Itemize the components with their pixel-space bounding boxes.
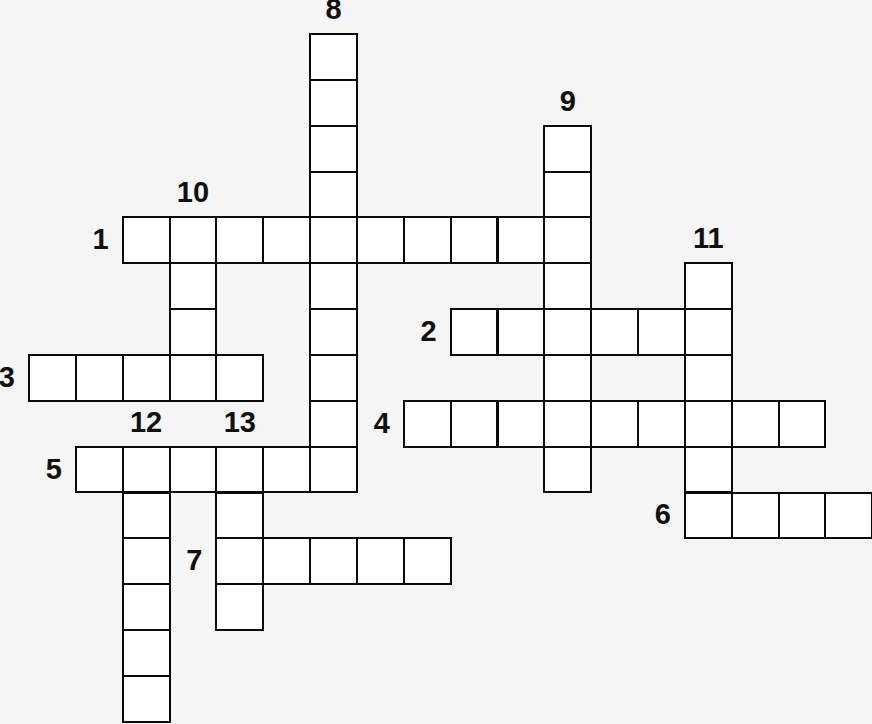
cell-r4c11[interactable] [543,216,592,264]
cell-r9c6[interactable] [309,446,358,494]
cell-r10c2[interactable] [122,492,171,540]
cell-r11c7[interactable] [356,537,405,585]
cell-r8c15[interactable] [731,400,780,448]
cell-r11c4[interactable] [215,537,264,585]
cell-r12c2[interactable] [122,583,171,631]
clue-number-12-down: 12 [130,408,162,437]
cell-r7c2[interactable] [122,354,171,402]
cell-r4c7[interactable] [356,216,405,264]
cell-r9c5[interactable] [262,446,311,494]
cell-r7c4[interactable] [215,354,264,402]
cell-r5c11[interactable] [543,262,592,310]
clue-number-1-across: 1 [9,225,109,254]
cell-r2c11[interactable] [543,125,592,173]
cell-r9c3[interactable] [169,446,218,494]
cell-r1c6[interactable] [309,79,358,127]
cell-r6c3[interactable] [169,308,218,356]
cell-r14c2[interactable] [122,675,171,723]
clue-number-11-down: 11 [693,224,724,253]
cell-r8c16[interactable] [778,400,827,448]
cell-r5c14[interactable] [684,262,733,310]
cell-r8c9[interactable] [450,400,499,448]
cell-r8c10[interactable] [497,400,546,448]
cell-r11c5[interactable] [262,537,311,585]
cell-r6c10[interactable] [497,308,546,356]
clue-number-3-across: 3 [0,362,15,391]
clue-number-2-across: 2 [337,317,437,346]
cell-r0c6[interactable] [309,33,358,81]
cell-r9c4[interactable] [215,446,264,494]
cell-r7c3[interactable] [169,354,218,402]
cell-r8c8[interactable] [403,400,452,448]
cell-r6c9[interactable] [450,308,499,356]
cell-r10c15[interactable] [731,492,780,540]
cell-r8c12[interactable] [590,400,639,448]
cell-r4c10[interactable] [497,216,546,264]
cell-r7c6[interactable] [309,354,358,402]
clue-number-9-down: 9 [560,87,576,116]
cell-r8c13[interactable] [637,400,686,448]
cell-r10c14[interactable] [684,492,733,540]
cell-r4c5[interactable] [262,216,311,264]
cell-r6c13[interactable] [637,308,686,356]
cell-r7c0[interactable] [28,354,77,402]
cell-r7c1[interactable] [75,354,124,402]
cell-r10c4[interactable] [215,492,264,540]
cell-r4c9[interactable] [450,216,499,264]
clue-number-6-across: 6 [571,500,671,529]
cell-r4c3[interactable] [169,216,218,264]
cell-r11c6[interactable] [309,537,358,585]
cell-r5c6[interactable] [309,262,358,310]
cell-r9c1[interactable] [75,446,124,494]
cell-r9c14[interactable] [684,446,733,494]
cell-r9c11[interactable] [543,446,592,494]
cell-r3c6[interactable] [309,171,358,219]
clue-number-10-down: 10 [177,178,209,207]
cell-r13c2[interactable] [122,629,171,677]
clue-number-8-down: 8 [325,0,341,24]
cell-r5c3[interactable] [169,262,218,310]
cell-r4c4[interactable] [215,216,264,264]
cell-r4c2[interactable] [122,216,171,264]
cell-r6c11[interactable] [543,308,592,356]
cell-r11c8[interactable] [403,537,452,585]
crossword-grid: 12345678910111213 [0,0,872,724]
cell-r12c4[interactable] [215,583,264,631]
cell-r3c11[interactable] [543,171,592,219]
cell-r4c8[interactable] [403,216,452,264]
cell-r7c11[interactable] [543,354,592,402]
cell-r8c11[interactable] [543,400,592,448]
crossword-puzzle: 12345678910111213 [0,0,872,724]
clue-number-13-down: 13 [224,408,256,437]
cell-r10c17[interactable] [824,492,872,540]
cell-r6c14[interactable] [684,308,733,356]
clue-number-5-across: 5 [0,454,62,483]
cell-r8c14[interactable] [684,400,733,448]
cell-r9c2[interactable] [122,446,171,494]
cell-r6c12[interactable] [590,308,639,356]
clue-number-4-across: 4 [290,408,390,437]
cell-r7c14[interactable] [684,354,733,402]
cell-r10c16[interactable] [778,492,827,540]
clue-number-7-across: 7 [102,546,202,575]
cell-r2c6[interactable] [309,125,358,173]
cell-r4c6[interactable] [309,216,358,264]
